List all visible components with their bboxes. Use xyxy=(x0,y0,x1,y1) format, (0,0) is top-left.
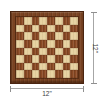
board-square xyxy=(24,55,32,63)
board-square xyxy=(24,48,32,56)
board-square xyxy=(55,63,63,71)
board-square xyxy=(63,40,71,48)
board-square xyxy=(47,32,55,40)
board-square xyxy=(16,63,24,71)
board-square xyxy=(47,48,55,56)
chessboard-frame xyxy=(10,11,84,84)
board-square xyxy=(63,63,71,71)
board-square xyxy=(39,70,47,78)
board-square xyxy=(16,55,24,63)
board-square xyxy=(70,25,78,33)
board-square xyxy=(39,55,47,63)
board-square xyxy=(63,17,71,25)
board-square xyxy=(32,63,40,71)
board-square xyxy=(32,32,40,40)
board-square xyxy=(70,48,78,56)
board-square xyxy=(47,17,55,25)
board-square xyxy=(32,17,40,25)
board-square xyxy=(39,17,47,25)
height-dimension-bottom-tick xyxy=(91,83,97,84)
board-square xyxy=(16,25,24,33)
board-square xyxy=(24,40,32,48)
height-dimension-label: 12" xyxy=(92,42,99,54)
board-square xyxy=(63,70,71,78)
board-square xyxy=(55,55,63,63)
board-square xyxy=(70,55,78,63)
board-square xyxy=(39,25,47,33)
board-square xyxy=(63,32,71,40)
board-square xyxy=(70,40,78,48)
board-square xyxy=(16,32,24,40)
board-square xyxy=(47,70,55,78)
board-square xyxy=(24,25,32,33)
board-square xyxy=(24,17,32,25)
board-square xyxy=(24,63,32,71)
board-square xyxy=(39,32,47,40)
board-square xyxy=(32,40,40,48)
board-square xyxy=(16,70,24,78)
chessboard xyxy=(16,17,78,78)
board-square xyxy=(16,40,24,48)
board-square xyxy=(24,32,32,40)
board-square xyxy=(55,32,63,40)
board-square xyxy=(63,25,71,33)
board-square xyxy=(55,17,63,25)
board-square xyxy=(39,48,47,56)
board-square xyxy=(47,63,55,71)
board-square xyxy=(32,25,40,33)
board-square xyxy=(70,70,78,78)
board-square xyxy=(70,63,78,71)
width-dimension-line xyxy=(10,88,84,89)
board-square xyxy=(39,40,47,48)
product-image: 12" 12" xyxy=(0,0,100,100)
board-square xyxy=(32,48,40,56)
board-square xyxy=(32,70,40,78)
height-dimension-top-tick xyxy=(91,12,97,13)
board-square xyxy=(47,40,55,48)
board-square xyxy=(47,55,55,63)
width-dimension-label: 12" xyxy=(10,91,84,98)
board-square xyxy=(70,17,78,25)
board-square xyxy=(32,55,40,63)
board-square xyxy=(63,48,71,56)
board-square xyxy=(16,48,24,56)
board-square xyxy=(55,48,63,56)
board-square xyxy=(55,25,63,33)
board-square xyxy=(24,70,32,78)
board-square xyxy=(55,70,63,78)
board-square xyxy=(55,40,63,48)
board-square xyxy=(16,17,24,25)
board-square xyxy=(63,55,71,63)
board-square xyxy=(70,32,78,40)
board-square xyxy=(39,63,47,71)
board-square xyxy=(47,25,55,33)
